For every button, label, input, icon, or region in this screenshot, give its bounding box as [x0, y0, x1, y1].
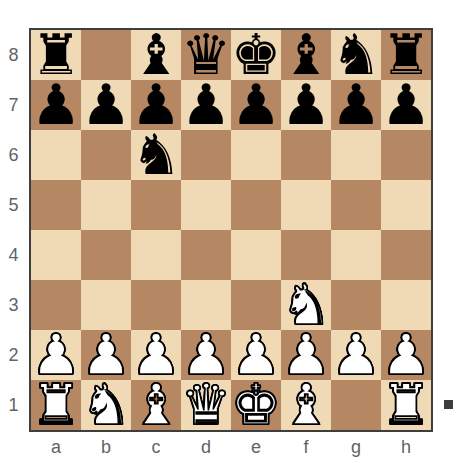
piece-white-bishop[interactable]: ♝: [131, 380, 181, 430]
square-d1[interactable]: ♛: [181, 380, 231, 430]
square-f1[interactable]: ♝: [281, 380, 331, 430]
square-a4[interactable]: [31, 230, 81, 280]
piece-black-pawn[interactable]: ♟: [381, 80, 431, 130]
square-b4[interactable]: [81, 230, 131, 280]
file-label-c: c: [131, 434, 181, 460]
square-e5[interactable]: [231, 180, 281, 230]
square-e4[interactable]: [231, 230, 281, 280]
square-g5[interactable]: [331, 180, 381, 230]
square-c1[interactable]: ♝: [131, 380, 181, 430]
square-b6[interactable]: [81, 130, 131, 180]
square-f7[interactable]: ♟: [281, 80, 331, 130]
piece-white-king[interactable]: ♚: [231, 380, 281, 430]
file-label-d: d: [181, 434, 231, 460]
piece-black-pawn[interactable]: ♟: [281, 80, 331, 130]
square-c5[interactable]: [131, 180, 181, 230]
square-b1[interactable]: ♞: [81, 380, 131, 430]
piece-white-rook[interactable]: ♜: [31, 380, 81, 430]
board-grid: ♜♝♛♚♝♞♜♟♟♟♟♟♟♟♟♞♞♟♟♟♟♟♟♟♟♜♞♝♛♚♝♜: [31, 30, 431, 430]
piece-black-pawn[interactable]: ♟: [181, 80, 231, 130]
piece-black-knight[interactable]: ♞: [131, 130, 181, 180]
piece-white-knight[interactable]: ♞: [81, 380, 131, 430]
piece-black-pawn[interactable]: ♟: [81, 80, 131, 130]
square-c4[interactable]: [131, 230, 181, 280]
move-indicator: [444, 400, 453, 409]
piece-white-pawn[interactable]: ♟: [331, 330, 381, 380]
square-h1[interactable]: ♜: [381, 380, 431, 430]
square-g2[interactable]: ♟: [331, 330, 381, 380]
rank-label-5: 5: [0, 180, 27, 230]
rank-label-1: 1: [0, 380, 27, 430]
file-label-a: a: [31, 434, 81, 460]
square-e1[interactable]: ♚: [231, 380, 281, 430]
square-d7[interactable]: ♟: [181, 80, 231, 130]
rank-label-7: 7: [0, 80, 27, 130]
square-f6[interactable]: [281, 130, 331, 180]
chess-board: ♜♝♛♚♝♞♜♟♟♟♟♟♟♟♟♞♞♟♟♟♟♟♟♟♟♜♞♝♛♚♝♜: [29, 28, 433, 432]
file-label-e: e: [231, 434, 281, 460]
square-e6[interactable]: [231, 130, 281, 180]
piece-black-pawn[interactable]: ♟: [31, 80, 81, 130]
rank-labels: 87654321: [0, 30, 27, 430]
rank-label-2: 2: [0, 330, 27, 380]
square-d4[interactable]: [181, 230, 231, 280]
square-g6[interactable]: [331, 130, 381, 180]
square-e7[interactable]: ♟: [231, 80, 281, 130]
rank-label-8: 8: [0, 30, 27, 80]
piece-white-rook[interactable]: ♜: [381, 380, 431, 430]
square-d5[interactable]: [181, 180, 231, 230]
square-b5[interactable]: [81, 180, 131, 230]
square-g4[interactable]: [331, 230, 381, 280]
square-h6[interactable]: [381, 130, 431, 180]
square-d6[interactable]: [181, 130, 231, 180]
file-label-b: b: [81, 434, 131, 460]
file-labels: abcdefgh: [31, 434, 431, 460]
square-h5[interactable]: [381, 180, 431, 230]
rank-label-6: 6: [0, 130, 27, 180]
piece-black-pawn[interactable]: ♟: [331, 80, 381, 130]
file-label-h: h: [381, 434, 431, 460]
square-a7[interactable]: ♟: [31, 80, 81, 130]
square-a1[interactable]: ♜: [31, 380, 81, 430]
square-h7[interactable]: ♟: [381, 80, 431, 130]
rank-label-3: 3: [0, 280, 27, 330]
piece-black-pawn[interactable]: ♟: [231, 80, 281, 130]
square-h4[interactable]: [381, 230, 431, 280]
square-c6[interactable]: ♞: [131, 130, 181, 180]
square-g7[interactable]: ♟: [331, 80, 381, 130]
chess-board-screen: 87654321 ♜♝♛♚♝♞♜♟♟♟♟♟♟♟♟♞♞♟♟♟♟♟♟♟♟♜♞♝♛♚♝…: [0, 0, 464, 464]
square-f5[interactable]: [281, 180, 331, 230]
rank-label-4: 4: [0, 230, 27, 280]
piece-white-bishop[interactable]: ♝: [281, 380, 331, 430]
square-b7[interactable]: ♟: [81, 80, 131, 130]
file-label-f: f: [281, 434, 331, 460]
square-g1[interactable]: [331, 380, 381, 430]
square-a5[interactable]: [31, 180, 81, 230]
piece-white-queen[interactable]: ♛: [181, 380, 231, 430]
square-a6[interactable]: [31, 130, 81, 180]
file-label-g: g: [331, 434, 381, 460]
